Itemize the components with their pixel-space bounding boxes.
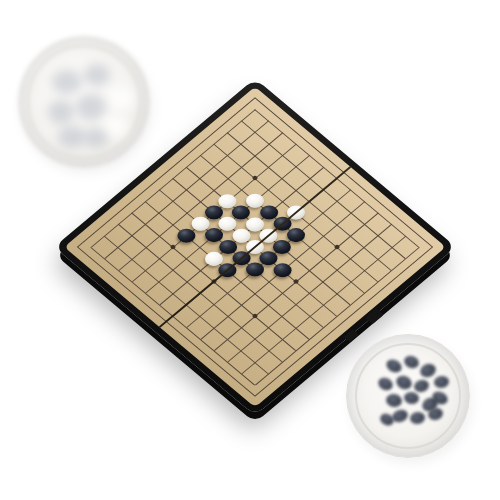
- white-stones-in-jar: [52, 70, 82, 94]
- white-stones-in-jar: [48, 100, 74, 124]
- black-stone[interactable]: [178, 228, 196, 242]
- white-stone-jar[interactable]: [18, 36, 150, 168]
- black-stone-jar[interactable]: [346, 334, 470, 458]
- white-stone[interactable]: [191, 217, 209, 231]
- black-stone[interactable]: [205, 206, 223, 220]
- white-stones-in-jar: [76, 94, 106, 120]
- white-stones-in-jar: [106, 86, 134, 110]
- white-stone[interactable]: [246, 217, 264, 231]
- white-stone[interactable]: [219, 194, 237, 208]
- black-stone[interactable]: [219, 240, 237, 254]
- black-stone[interactable]: [260, 206, 278, 220]
- white-stones-in-jar: [58, 126, 86, 148]
- white-stones-in-jar: [84, 128, 108, 148]
- white-stone[interactable]: [232, 228, 250, 242]
- product-photo-scene: [0, 0, 500, 500]
- black-stone[interactable]: [273, 263, 291, 277]
- white-stones-in-jar: [84, 64, 110, 86]
- white-stone[interactable]: [205, 251, 223, 265]
